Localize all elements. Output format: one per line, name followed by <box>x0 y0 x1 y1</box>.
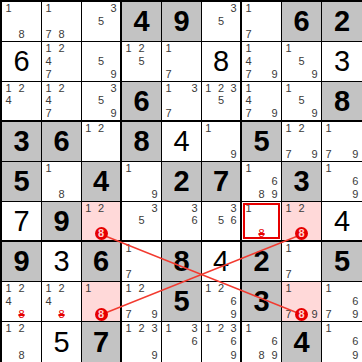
empty-slot <box>68 68 81 81</box>
candidate-grid: 169 <box>322 322 362 362</box>
empty-slot <box>107 148 120 161</box>
candidate-grid: 136 <box>162 322 201 362</box>
empty-slot <box>95 2 108 15</box>
empty-slot <box>108 202 121 215</box>
empty-slot <box>215 148 228 161</box>
empty-slot <box>282 255 295 268</box>
empty-slot <box>148 335 161 348</box>
candidate-2: 2 <box>15 322 28 335</box>
cell-r2c4[interactable]: 125 <box>122 42 162 82</box>
empty-slot <box>335 308 348 321</box>
empty-slot <box>2 335 15 348</box>
empty-slot <box>68 162 81 175</box>
empty-slot <box>202 335 215 348</box>
cell-r4c8[interactable]: 1279 <box>282 122 322 162</box>
candidate-3: 3 <box>227 322 240 335</box>
solved-digit: 4 <box>322 202 362 240</box>
empty-slot <box>202 148 215 161</box>
empty-slot <box>55 295 68 308</box>
empty-slot <box>135 175 148 188</box>
cell-r8c6[interactable]: 1269 <box>202 282 242 322</box>
empty-slot <box>148 162 161 175</box>
empty-slot <box>107 135 120 148</box>
candidate-grid: 1679 <box>322 282 362 321</box>
candidate-7: 7 <box>122 268 135 281</box>
empty-slot <box>135 188 148 201</box>
empty-slot <box>308 82 321 95</box>
cell-r8c7[interactable]: 3 <box>242 282 282 322</box>
empty-slot <box>308 295 321 308</box>
cell-r3c3[interactable]: 359 <box>82 82 122 122</box>
candidate-grid: 19 <box>202 122 240 161</box>
empty-slot <box>335 122 348 135</box>
empty-slot <box>322 349 335 362</box>
candidate-7: 7 <box>322 148 335 161</box>
empty-slot <box>148 295 161 308</box>
candidate-6: 6 <box>349 295 362 308</box>
empty-slot <box>162 227 175 240</box>
cell-r8c3[interactable]: 18 <box>82 282 122 322</box>
empty-slot <box>227 107 240 120</box>
empty-slot <box>255 175 268 188</box>
candidate-1: 1 <box>162 322 175 335</box>
empty-slot <box>68 282 81 295</box>
candidate-1: 1 <box>42 162 55 175</box>
cell-r7c1[interactable]: 9 <box>2 242 42 282</box>
empty-slot <box>242 188 255 201</box>
empty-slot <box>255 68 268 81</box>
empty-slot <box>322 295 335 308</box>
cell-r7c8[interactable]: 17 <box>282 242 322 282</box>
given-digit: 7 <box>202 162 240 201</box>
cell-r5c2[interactable]: 18 <box>42 162 82 202</box>
cell-r7c3[interactable]: 6 <box>82 242 122 282</box>
given-digit: 3 <box>2 122 41 161</box>
empty-slot <box>28 335 41 348</box>
empty-slot <box>28 15 41 28</box>
candidate-1: 1 <box>42 82 55 95</box>
empty-slot <box>227 28 240 41</box>
candidate-grid: 17 <box>242 2 281 41</box>
empty-slot <box>255 107 268 120</box>
cell-r9c4[interactable]: 1239 <box>122 322 162 362</box>
cell-r3c9[interactable]: 8 <box>322 82 362 122</box>
empty-slot <box>135 268 148 281</box>
empty-slot <box>255 162 268 175</box>
cell-r3c2[interactable]: 1247 <box>42 82 82 122</box>
empty-slot <box>308 55 321 68</box>
empty-slot <box>68 107 81 120</box>
cell-r3c8[interactable]: 159 <box>282 82 322 122</box>
candidate-3: 3 <box>227 202 240 215</box>
candidate-4: 4 <box>242 95 255 108</box>
candidate-1: 1 <box>242 42 255 55</box>
empty-slot <box>242 175 255 188</box>
empty-slot <box>148 255 161 268</box>
cell-r6c2[interactable]: 9 <box>42 202 82 242</box>
empty-slot <box>308 282 321 295</box>
empty-slot <box>122 215 135 228</box>
empty-slot <box>68 308 81 321</box>
candidate-1: 1 <box>202 82 215 95</box>
cell-r4c9[interactable]: 179 <box>322 122 362 162</box>
candidate-9: 9 <box>349 148 362 161</box>
cell-r6c6[interactable]: 356 <box>202 202 242 242</box>
given-digit: 5 <box>162 282 201 321</box>
candidate-1: 1 <box>202 282 215 295</box>
candidate-grid: 178 <box>42 2 81 41</box>
cell-r9c5[interactable]: 136 <box>162 322 202 362</box>
empty-slot <box>107 15 120 28</box>
cell-r1c7[interactable]: 17 <box>242 2 282 42</box>
empty-slot <box>202 95 215 108</box>
cell-r2c1[interactable]: 6 <box>2 42 42 82</box>
cell-r4c6[interactable]: 19 <box>202 122 242 162</box>
cell-r7c4[interactable]: 17 <box>122 242 162 282</box>
cell-r4c3[interactable]: 12 <box>82 122 122 162</box>
empty-slot <box>15 107 28 120</box>
cell-r2c8[interactable]: 159 <box>282 42 322 82</box>
cell-r9c7[interactable]: 1689 <box>242 322 282 362</box>
cell-r1c3[interactable]: 35 <box>82 2 122 42</box>
candidate-7: 7 <box>42 28 55 41</box>
empty-slot <box>175 42 188 55</box>
cell-r4c4[interactable]: 8 <box>122 122 162 162</box>
candidate-grid: 137 <box>162 82 201 120</box>
candidate-slot: 8 <box>95 227 108 240</box>
cell-r3c7[interactable]: 1479 <box>242 82 282 122</box>
cell-r7c9[interactable]: 5 <box>322 242 362 282</box>
cell-r4c2[interactable]: 6 <box>42 122 82 162</box>
cell-r6c7[interactable]: 18 <box>242 202 282 242</box>
candidate-grid: 35 <box>202 2 240 41</box>
cell-r8c5[interactable]: 5 <box>162 282 202 322</box>
candidate-grid: 1247 <box>42 82 81 120</box>
candidate-3: 3 <box>188 82 201 95</box>
candidate-1: 1 <box>122 282 135 295</box>
candidate-9: 9 <box>349 349 362 362</box>
solved-digit: 3 <box>322 42 362 81</box>
candidate-1: 1 <box>42 2 55 15</box>
cell-r8c9[interactable]: 1679 <box>322 282 362 322</box>
empty-slot <box>349 122 362 135</box>
empty-slot <box>255 55 268 68</box>
empty-slot <box>295 42 308 55</box>
cell-r1c5[interactable]: 9 <box>162 2 202 42</box>
empty-slot <box>95 68 108 81</box>
empty-slot <box>215 135 228 148</box>
candidate-9: 9 <box>148 188 161 201</box>
candidate-grid: 1479 <box>242 42 281 81</box>
cell-r2c9[interactable]: 3 <box>322 42 362 82</box>
empty-slot <box>215 28 228 41</box>
cell-r1c9[interactable]: 2 <box>322 2 362 42</box>
empty-slot <box>215 349 228 362</box>
empty-slot <box>162 335 175 348</box>
empty-slot <box>2 15 15 28</box>
given-digit: 3 <box>242 282 281 321</box>
empty-slot <box>122 349 135 362</box>
candidate-7: 7 <box>242 68 255 81</box>
candidate-1: 1 <box>2 322 15 335</box>
empty-slot <box>122 255 135 268</box>
given-digit: 8 <box>322 82 362 120</box>
candidate-1: 1 <box>282 282 295 295</box>
empty-slot <box>55 68 68 81</box>
candidate-grid: 17 <box>282 242 321 281</box>
empty-slot <box>188 55 201 68</box>
empty-slot <box>335 175 348 188</box>
candidate-1: 1 <box>82 122 95 135</box>
candidate-6: 6 <box>268 175 281 188</box>
cell-r8c8[interactable]: 1789 <box>282 282 322 322</box>
candidate-1: 1 <box>242 322 255 335</box>
candidate-4: 4 <box>42 55 55 68</box>
candidate-9: 9 <box>227 308 240 321</box>
candidate-grid: 12 <box>82 122 120 161</box>
empty-slot <box>215 308 228 321</box>
cell-r2c7[interactable]: 1479 <box>242 42 282 82</box>
candidate-8-eliminated: 8 <box>15 308 28 321</box>
cell-r8c4[interactable]: 1279 <box>122 282 162 322</box>
empty-slot <box>108 282 121 295</box>
cell-r2c5[interactable]: 17 <box>162 42 202 82</box>
candidate-1: 1 <box>42 282 55 295</box>
empty-slot <box>227 95 240 108</box>
cell-r1c2[interactable]: 178 <box>42 2 82 42</box>
cell-r4c7[interactable]: 5 <box>242 122 282 162</box>
candidate-2: 2 <box>15 82 28 95</box>
cell-r3c1[interactable]: 124 <box>2 82 42 122</box>
empty-slot <box>308 135 321 148</box>
empty-slot <box>322 188 335 201</box>
empty-slot <box>107 95 120 108</box>
empty-slot <box>282 215 295 228</box>
empty-slot <box>107 28 120 41</box>
empty-slot <box>322 335 335 348</box>
sudoku-grid: 1817835493517626124759125178147915931241… <box>0 0 362 362</box>
empty-slot <box>82 28 95 41</box>
candidate-3: 3 <box>107 82 120 95</box>
candidate-8: 8 <box>15 349 28 362</box>
cell-r9c6[interactable]: 12369 <box>202 322 242 362</box>
empty-slot <box>135 202 148 215</box>
candidate-1: 1 <box>122 162 135 175</box>
cell-r1c8[interactable]: 6 <box>282 2 322 42</box>
cell-r9c9[interactable]: 169 <box>322 322 362 362</box>
candidate-3: 3 <box>107 2 120 15</box>
given-digit: 2 <box>322 2 362 41</box>
cell-r9c3[interactable]: 7 <box>82 322 122 362</box>
empty-slot <box>68 295 81 308</box>
cell-r3c6[interactable]: 1235 <box>202 82 242 122</box>
empty-slot <box>55 15 68 28</box>
candidate-8-circled: 8 <box>295 227 308 240</box>
empty-slot <box>28 349 41 362</box>
cell-r5c1[interactable]: 5 <box>2 162 42 202</box>
candidate-3: 3 <box>227 2 240 15</box>
candidate-2: 2 <box>95 202 108 215</box>
empty-slot <box>308 227 321 240</box>
candidate-5: 5 <box>95 95 108 108</box>
empty-slot <box>82 42 95 55</box>
empty-slot <box>308 95 321 108</box>
cell-r7c2[interactable]: 3 <box>42 242 82 282</box>
candidate-5: 5 <box>135 55 148 68</box>
cell-r1c4[interactable]: 4 <box>122 2 162 42</box>
given-digit: 9 <box>2 242 41 281</box>
candidate-7: 7 <box>282 308 295 321</box>
candidate-7: 7 <box>42 68 55 81</box>
candidate-8-circled: 8 <box>295 308 308 321</box>
empty-slot <box>68 55 81 68</box>
candidate-9: 9 <box>268 349 281 362</box>
cell-r6c8[interactable]: 128 <box>282 202 322 242</box>
empty-slot <box>148 42 161 55</box>
empty-slot <box>175 322 188 335</box>
empty-slot <box>242 15 255 28</box>
cell-r6c9[interactable]: 4 <box>322 202 362 242</box>
solved-digit: 4 <box>162 122 201 161</box>
empty-slot <box>68 82 81 95</box>
candidate-2: 2 <box>55 42 68 55</box>
candidate-grid: 1689 <box>242 162 281 201</box>
given-digit: 4 <box>122 2 161 41</box>
cell-r7c7[interactable]: 2 <box>242 242 282 282</box>
candidate-2: 2 <box>135 282 148 295</box>
candidate-9: 9 <box>268 68 281 81</box>
empty-slot <box>215 227 228 240</box>
given-digit: 3 <box>282 162 321 201</box>
empty-slot <box>175 349 188 362</box>
cell-r9c8[interactable]: 4 <box>282 322 322 362</box>
candidate-9: 9 <box>107 107 120 120</box>
cell-r5c3[interactable]: 4 <box>82 162 122 202</box>
candidate-7: 7 <box>162 107 175 120</box>
candidate-grid: 1689 <box>242 322 281 362</box>
candidate-4: 4 <box>2 295 15 308</box>
empty-slot <box>308 202 321 215</box>
empty-slot <box>308 122 321 135</box>
candidate-4: 4 <box>2 95 15 108</box>
empty-slot <box>162 349 175 362</box>
cell-r6c5[interactable]: 36 <box>162 202 202 242</box>
candidate-grid: 124 <box>2 82 41 120</box>
empty-slot <box>68 95 81 108</box>
cell-r9c1[interactable]: 128 <box>2 322 42 362</box>
empty-slot <box>15 15 28 28</box>
cell-r6c4[interactable]: 35 <box>122 202 162 242</box>
empty-slot <box>335 282 348 295</box>
candidate-grid: 1279 <box>122 282 161 321</box>
cell-r2c6[interactable]: 8 <box>202 42 242 82</box>
cell-r8c2[interactable]: 1248 <box>42 282 82 322</box>
empty-slot <box>215 2 228 15</box>
empty-slot <box>55 175 68 188</box>
candidate-9: 9 <box>148 308 161 321</box>
candidate-grid: 36 <box>162 202 201 240</box>
candidate-grid: 1239 <box>122 322 161 362</box>
candidate-grid: 17 <box>162 42 201 81</box>
empty-slot <box>68 175 81 188</box>
given-digit: 5 <box>322 242 362 281</box>
cell-r6c1[interactable]: 7 <box>2 202 42 242</box>
candidate-1: 1 <box>322 162 335 175</box>
empty-slot <box>202 295 215 308</box>
empty-slot <box>122 202 135 215</box>
empty-slot <box>295 242 308 255</box>
candidate-grid: 356 <box>202 202 240 240</box>
cell-r2c3[interactable]: 59 <box>82 42 122 82</box>
empty-slot <box>28 107 41 120</box>
cell-r7c5[interactable]: 8 <box>162 242 202 282</box>
candidate-2: 2 <box>295 122 308 135</box>
solved-digit: 4 <box>202 242 240 281</box>
candidate-6: 6 <box>268 335 281 348</box>
candidate-2: 2 <box>55 282 68 295</box>
candidate-2: 2 <box>135 42 148 55</box>
candidate-6: 6 <box>227 295 240 308</box>
empty-slot <box>135 227 148 240</box>
empty-slot <box>188 349 201 362</box>
empty-slot <box>215 335 228 348</box>
empty-slot <box>148 268 161 281</box>
empty-slot <box>295 148 308 161</box>
cell-r1c1[interactable]: 18 <box>2 2 42 42</box>
cell-r5c5[interactable]: 2 <box>162 162 202 202</box>
candidate-7: 7 <box>122 308 135 321</box>
empty-slot <box>175 227 188 240</box>
cell-r5c7[interactable]: 1689 <box>242 162 282 202</box>
empty-slot <box>42 308 55 321</box>
empty-slot <box>268 95 281 108</box>
empty-slot <box>2 308 15 321</box>
given-digit: 9 <box>162 2 201 41</box>
candidate-1: 1 <box>202 322 215 335</box>
candidate-1: 1 <box>122 322 135 335</box>
empty-slot <box>82 135 95 148</box>
cell-r5c4[interactable]: 19 <box>122 162 162 202</box>
cell-r5c8[interactable]: 3 <box>282 162 322 202</box>
cell-r7c6[interactable]: 4 <box>202 242 242 282</box>
cell-r6c3[interactable]: 128 <box>82 202 122 242</box>
empty-slot <box>188 42 201 55</box>
cell-r3c4[interactable]: 6 <box>122 82 162 122</box>
cell-r8c1[interactable]: 1248 <box>2 282 42 322</box>
cell-r5c6[interactable]: 7 <box>202 162 242 202</box>
candidate-grid: 1279 <box>282 122 321 161</box>
cell-r4c1[interactable]: 3 <box>2 122 42 162</box>
empty-slot <box>349 282 362 295</box>
cell-r9c2[interactable]: 5 <box>42 322 82 362</box>
empty-slot <box>148 227 161 240</box>
candidate-3: 3 <box>188 202 201 215</box>
cell-r4c5[interactable]: 4 <box>162 122 202 162</box>
empty-slot <box>227 122 240 135</box>
empty-slot <box>68 15 81 28</box>
cell-r3c5[interactable]: 137 <box>162 82 202 122</box>
empty-slot <box>108 308 121 321</box>
solved-digit: 3 <box>42 242 81 281</box>
cell-r1c6[interactable]: 35 <box>202 2 242 42</box>
candidate-9: 9 <box>227 349 240 362</box>
cell-r5c9[interactable]: 169 <box>322 162 362 202</box>
cell-r2c2[interactable]: 1247 <box>42 42 82 82</box>
empty-slot <box>28 282 41 295</box>
empty-slot <box>68 28 81 41</box>
empty-slot <box>148 68 161 81</box>
empty-slot <box>135 308 148 321</box>
